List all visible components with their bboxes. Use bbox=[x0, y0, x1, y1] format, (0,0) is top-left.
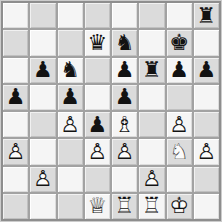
piece-black-knight: ♞ bbox=[60, 59, 80, 81]
square-g3[interactable]: ♞♘ bbox=[167, 139, 192, 164]
square-b8[interactable] bbox=[30, 3, 55, 28]
square-e6[interactable]: ♟ bbox=[112, 58, 137, 83]
square-c2[interactable] bbox=[58, 167, 83, 192]
square-c4[interactable]: ♟♙ bbox=[58, 112, 83, 137]
square-a6[interactable] bbox=[3, 58, 28, 83]
piece-black-pawn: ♟ bbox=[115, 86, 135, 108]
square-c7[interactable] bbox=[58, 30, 83, 55]
piece-white-knight: ♘ bbox=[169, 141, 189, 163]
piece-white-pawn: ♙ bbox=[88, 141, 108, 163]
piece-black-pawn: ♟ bbox=[115, 59, 135, 81]
square-h1[interactable] bbox=[194, 194, 219, 219]
piece-black-pawn: ♟ bbox=[169, 59, 189, 81]
square-b3[interactable] bbox=[30, 139, 55, 164]
square-g5[interactable] bbox=[167, 85, 192, 110]
piece-white-pawn: ♙ bbox=[60, 114, 80, 136]
square-b4[interactable] bbox=[30, 112, 55, 137]
square-b7[interactable] bbox=[30, 30, 55, 55]
chess-board: ♜♛♞♚♟♞♟♜♟♟♟♟♟♟♙♟♝♗♟♙♟♙♟♙♟♙♞♘♟♙♟♙♟♙♛♕♜♖♜♖… bbox=[3, 3, 219, 219]
square-g1[interactable]: ♚♔ bbox=[167, 194, 192, 219]
piece-white-queen: ♕ bbox=[88, 195, 108, 217]
square-d8[interactable] bbox=[85, 3, 110, 28]
square-a3[interactable]: ♟♙ bbox=[3, 139, 28, 164]
square-f1[interactable]: ♜♖ bbox=[139, 194, 164, 219]
piece-black-rook: ♜ bbox=[197, 5, 217, 27]
piece-black-rook: ♜ bbox=[142, 59, 162, 81]
piece-white-pawn: ♙ bbox=[115, 141, 135, 163]
piece-white-pawn: ♙ bbox=[142, 168, 162, 190]
square-f8[interactable] bbox=[139, 3, 164, 28]
square-d5[interactable] bbox=[85, 85, 110, 110]
square-h2[interactable] bbox=[194, 167, 219, 192]
piece-white-pawn: ♙ bbox=[169, 114, 189, 136]
square-g2[interactable] bbox=[167, 167, 192, 192]
square-b5[interactable] bbox=[30, 85, 55, 110]
square-e8[interactable] bbox=[112, 3, 137, 28]
square-d4[interactable]: ♟ bbox=[85, 112, 110, 137]
square-e3[interactable]: ♟♙ bbox=[112, 139, 137, 164]
square-a1[interactable] bbox=[3, 194, 28, 219]
chess-board-frame: ♜♛♞♚♟♞♟♜♟♟♟♟♟♟♙♟♝♗♟♙♟♙♟♙♟♙♞♘♟♙♟♙♟♙♛♕♜♖♜♖… bbox=[0, 0, 222, 222]
piece-black-knight: ♞ bbox=[115, 32, 135, 54]
square-c8[interactable] bbox=[58, 3, 83, 28]
piece-white-king: ♔ bbox=[169, 195, 189, 217]
square-e2[interactable] bbox=[112, 167, 137, 192]
square-a2[interactable] bbox=[3, 167, 28, 192]
square-e7[interactable]: ♞ bbox=[112, 30, 137, 55]
square-g6[interactable]: ♟ bbox=[167, 58, 192, 83]
piece-white-bishop: ♗ bbox=[115, 114, 135, 136]
square-f3[interactable] bbox=[139, 139, 164, 164]
piece-black-king: ♚ bbox=[169, 32, 189, 54]
square-h5[interactable] bbox=[194, 85, 219, 110]
square-a8[interactable] bbox=[3, 3, 28, 28]
square-e1[interactable]: ♜♖ bbox=[112, 194, 137, 219]
square-g7[interactable]: ♚ bbox=[167, 30, 192, 55]
square-b6[interactable]: ♟ bbox=[30, 58, 55, 83]
square-e5[interactable]: ♟ bbox=[112, 85, 137, 110]
square-c6[interactable]: ♞ bbox=[58, 58, 83, 83]
square-d3[interactable]: ♟♙ bbox=[85, 139, 110, 164]
piece-black-queen: ♛ bbox=[88, 32, 108, 54]
square-b1[interactable] bbox=[30, 194, 55, 219]
square-g8[interactable] bbox=[167, 3, 192, 28]
square-d6[interactable] bbox=[85, 58, 110, 83]
square-f5[interactable] bbox=[139, 85, 164, 110]
square-h4[interactable] bbox=[194, 112, 219, 137]
square-f7[interactable] bbox=[139, 30, 164, 55]
square-d7[interactable]: ♛ bbox=[85, 30, 110, 55]
piece-white-rook: ♖ bbox=[115, 195, 135, 217]
piece-black-pawn: ♟ bbox=[60, 86, 80, 108]
piece-black-pawn: ♟ bbox=[33, 59, 53, 81]
square-a5[interactable]: ♟ bbox=[3, 85, 28, 110]
square-h8[interactable]: ♜ bbox=[194, 3, 219, 28]
square-e4[interactable]: ♝♗ bbox=[112, 112, 137, 137]
square-h6[interactable]: ♟ bbox=[194, 58, 219, 83]
square-g4[interactable]: ♟♙ bbox=[167, 112, 192, 137]
piece-black-pawn: ♟ bbox=[197, 59, 217, 81]
square-f2[interactable]: ♟♙ bbox=[139, 167, 164, 192]
piece-black-pawn: ♟ bbox=[88, 114, 108, 136]
square-f6[interactable]: ♜ bbox=[139, 58, 164, 83]
square-c3[interactable] bbox=[58, 139, 83, 164]
square-h3[interactable]: ♟♙ bbox=[194, 139, 219, 164]
piece-white-rook: ♖ bbox=[142, 195, 162, 217]
square-c5[interactable]: ♟ bbox=[58, 85, 83, 110]
piece-black-pawn: ♟ bbox=[6, 86, 26, 108]
square-c1[interactable] bbox=[58, 194, 83, 219]
square-f4[interactable] bbox=[139, 112, 164, 137]
square-d2[interactable] bbox=[85, 167, 110, 192]
square-d1[interactable]: ♛♕ bbox=[85, 194, 110, 219]
square-h7[interactable] bbox=[194, 30, 219, 55]
piece-white-pawn: ♙ bbox=[197, 141, 217, 163]
square-a7[interactable] bbox=[3, 30, 28, 55]
piece-white-pawn: ♙ bbox=[6, 141, 26, 163]
square-a4[interactable] bbox=[3, 112, 28, 137]
piece-white-pawn: ♙ bbox=[33, 168, 53, 190]
square-b2[interactable]: ♟♙ bbox=[30, 167, 55, 192]
